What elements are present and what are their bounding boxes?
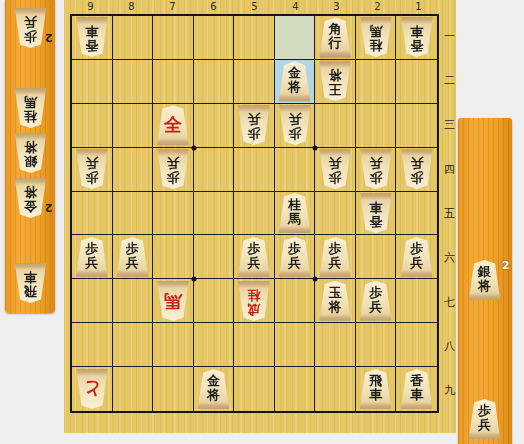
piece-gote-歩兵[interactable]: 歩兵	[277, 105, 312, 145]
piece-gote-飛車[interactable]: 飛車	[13, 263, 48, 303]
file-label-5: 5	[234, 0, 275, 14]
square-6c[interactable]	[194, 104, 235, 148]
rank-label-9: 九	[442, 369, 457, 413]
piece-sente-歩兵[interactable]: 歩兵	[467, 399, 502, 439]
square-8i[interactable]	[113, 367, 154, 411]
rank-label-7: 七	[442, 280, 457, 324]
file-label-9: 9	[70, 0, 111, 14]
square-6i[interactable]: 金将	[194, 367, 235, 411]
piece-gote-歩兵[interactable]: 歩兵	[358, 149, 393, 189]
square-1g[interactable]	[396, 279, 437, 323]
square-3a[interactable]: 角行	[315, 16, 356, 60]
piece-gote-香車[interactable]: 香車	[74, 17, 109, 57]
square-4c[interactable]: 歩兵	[275, 104, 316, 148]
square-3h[interactable]	[315, 323, 356, 367]
square-5b[interactable]	[234, 60, 275, 104]
square-7d[interactable]: 歩兵	[153, 148, 194, 192]
square-9e[interactable]	[72, 192, 113, 236]
square-6b[interactable]	[194, 60, 235, 104]
file-label-4: 4	[275, 0, 316, 14]
square-9f[interactable]: 歩兵	[72, 235, 113, 279]
piece-gote-銀将[interactable]: 銀将	[13, 133, 48, 173]
square-7c[interactable]: 全	[153, 104, 194, 148]
square-6a[interactable]	[194, 16, 235, 60]
square-2g[interactable]: 歩兵	[356, 279, 397, 323]
file-label-8: 8	[111, 0, 152, 14]
piece-gote-歩兵[interactable]: 歩兵	[155, 149, 190, 189]
square-7g[interactable]: 馬	[153, 279, 194, 323]
square-1e[interactable]	[396, 192, 437, 236]
piece-gote-歩兵[interactable]: 歩兵	[13, 8, 48, 48]
square-4a[interactable]	[275, 16, 316, 60]
square-8b[interactable]	[113, 60, 154, 104]
piece-sente-全[interactable]: 全	[155, 105, 190, 145]
file-label-7: 7	[152, 0, 193, 14]
rank-label-3: 三	[442, 103, 457, 147]
piece-sente-銀将[interactable]: 銀将	[467, 260, 502, 300]
square-3i[interactable]	[315, 367, 356, 411]
piece-sente-歩兵[interactable]: 歩兵	[358, 281, 393, 321]
sente-captured-stand: 銀将2歩兵	[458, 118, 512, 444]
square-5a[interactable]	[234, 16, 275, 60]
rank-label-6: 六	[442, 236, 457, 280]
square-1h[interactable]	[396, 323, 437, 367]
square-1f[interactable]: 歩兵	[396, 235, 437, 279]
file-label-1: 1	[398, 0, 439, 14]
square-4f[interactable]: 歩兵	[275, 235, 316, 279]
piece-gote-成桂[interactable]: 成桂	[236, 281, 271, 321]
square-7i[interactable]	[153, 367, 194, 411]
piece-gote-と[interactable]: と	[74, 369, 109, 409]
piece-gote-歩兵[interactable]: 歩兵	[74, 149, 109, 189]
square-3g[interactable]: 玉将	[315, 279, 356, 323]
square-8h[interactable]	[113, 323, 154, 367]
piece-gote-馬[interactable]: 馬	[155, 281, 190, 321]
square-6g[interactable]	[194, 279, 235, 323]
hand-count: 2	[45, 31, 53, 44]
square-5f[interactable]: 歩兵	[234, 235, 275, 279]
square-2c[interactable]	[356, 104, 397, 148]
piece-sente-歩兵[interactable]: 歩兵	[399, 237, 434, 277]
file-label-3: 3	[316, 0, 357, 14]
square-6d[interactable]	[194, 148, 235, 192]
square-6h[interactable]	[194, 323, 235, 367]
square-7a[interactable]	[153, 16, 194, 60]
piece-sente-歩兵[interactable]: 歩兵	[318, 237, 353, 277]
square-4g[interactable]	[275, 279, 316, 323]
square-4d[interactable]	[275, 148, 316, 192]
square-2f[interactable]	[356, 235, 397, 279]
piece-sente-歩兵[interactable]: 歩兵	[74, 237, 109, 277]
square-3f[interactable]: 歩兵	[315, 235, 356, 279]
square-2e[interactable]: 香車	[356, 192, 397, 236]
square-8g[interactable]	[113, 279, 154, 323]
square-3b[interactable]: 王将	[315, 60, 356, 104]
square-7e[interactable]	[153, 192, 194, 236]
shogi-board: 987654321 一二三四五六七八九 香車角行桂馬香車金将王将全歩兵歩兵歩兵歩…	[64, 0, 456, 433]
square-2b[interactable]	[356, 60, 397, 104]
square-4b[interactable]: 金将	[275, 60, 316, 104]
square-2h[interactable]	[356, 323, 397, 367]
piece-sente-歩兵[interactable]: 歩兵	[277, 237, 312, 277]
hand-count: 2	[502, 259, 510, 272]
piece-sente-桂馬[interactable]: 桂馬	[277, 193, 312, 233]
hoshi-dot	[313, 145, 318, 150]
rank-label-5: 五	[442, 191, 457, 235]
piece-sente-香車[interactable]: 香車	[399, 369, 434, 409]
piece-sente-歩兵[interactable]: 歩兵	[115, 237, 150, 277]
square-5h[interactable]	[234, 323, 275, 367]
square-8e[interactable]	[113, 192, 154, 236]
square-9b[interactable]	[72, 60, 113, 104]
square-5e[interactable]	[234, 192, 275, 236]
square-3d[interactable]: 歩兵	[315, 148, 356, 192]
square-7h[interactable]	[153, 323, 194, 367]
square-4i[interactable]	[275, 367, 316, 411]
square-9a[interactable]: 香車	[72, 16, 113, 60]
hoshi-dot	[191, 145, 196, 150]
square-2a[interactable]: 桂馬	[356, 16, 397, 60]
square-8a[interactable]	[113, 16, 154, 60]
square-2d[interactable]: 歩兵	[356, 148, 397, 192]
square-5c[interactable]: 歩兵	[234, 104, 275, 148]
square-9h[interactable]	[72, 323, 113, 367]
square-5g[interactable]: 成桂	[234, 279, 275, 323]
square-1b[interactable]	[396, 60, 437, 104]
piece-sente-金将[interactable]: 金将	[277, 61, 312, 101]
piece-sente-角行[interactable]: 角行	[318, 17, 353, 57]
shogi-app: 歩兵2桂馬銀将金将2飛車 987654321 一二三四五六七八九 香車角行桂馬香…	[0, 0, 524, 444]
square-2i[interactable]: 飛車	[356, 367, 397, 411]
square-1d[interactable]: 歩兵	[396, 148, 437, 192]
file-label-2: 2	[357, 0, 398, 14]
piece-sente-玉将[interactable]: 玉将	[318, 281, 353, 321]
piece-sente-飛車[interactable]: 飛車	[358, 369, 393, 409]
piece-gote-歩兵[interactable]: 歩兵	[399, 149, 434, 189]
square-9i[interactable]: と	[72, 367, 113, 411]
hoshi-dot	[191, 277, 196, 282]
piece-gote-桂馬[interactable]: 桂馬	[13, 88, 48, 128]
square-8f[interactable]: 歩兵	[113, 235, 154, 279]
board-grid: 香車角行桂馬香車金将王将全歩兵歩兵歩兵歩兵歩兵歩兵歩兵桂馬香車歩兵歩兵歩兵歩兵歩…	[70, 14, 439, 413]
square-4e[interactable]: 桂馬	[275, 192, 316, 236]
square-5d[interactable]	[234, 148, 275, 192]
file-coordinates: 987654321	[70, 0, 439, 14]
square-1a[interactable]: 香車	[396, 16, 437, 60]
square-9g[interactable]	[72, 279, 113, 323]
square-3c[interactable]	[315, 104, 356, 148]
piece-gote-歩兵[interactable]: 歩兵	[318, 149, 353, 189]
rank-label-2: 二	[442, 58, 457, 102]
rank-label-4: 四	[442, 147, 457, 191]
square-1i[interactable]: 香車	[396, 367, 437, 411]
square-7f[interactable]	[153, 235, 194, 279]
gote-captured-stand: 歩兵2桂馬銀将金将2飛車	[5, 0, 55, 313]
piece-sente-金将[interactable]: 金将	[196, 369, 231, 409]
piece-gote-王将[interactable]: 王将	[318, 61, 353, 101]
square-1c[interactable]	[396, 104, 437, 148]
square-6f[interactable]	[194, 235, 235, 279]
rank-label-8: 八	[442, 324, 457, 368]
rank-coordinates: 一二三四五六七八九	[442, 14, 457, 413]
piece-gote-歩兵[interactable]: 歩兵	[236, 105, 271, 145]
square-5i[interactable]	[234, 367, 275, 411]
square-4h[interactable]	[275, 323, 316, 367]
piece-sente-歩兵[interactable]: 歩兵	[236, 237, 271, 277]
hand-count: 2	[45, 201, 53, 214]
square-7b[interactable]	[153, 60, 194, 104]
square-8c[interactable]	[113, 104, 154, 148]
square-9d[interactable]: 歩兵	[72, 148, 113, 192]
square-6e[interactable]	[194, 192, 235, 236]
piece-gote-桂馬[interactable]: 桂馬	[358, 17, 393, 57]
piece-gote-香車[interactable]: 香車	[399, 17, 434, 57]
square-8d[interactable]	[113, 148, 154, 192]
rank-label-1: 一	[442, 14, 457, 58]
square-3e[interactable]	[315, 192, 356, 236]
piece-gote-金将[interactable]: 金将	[13, 178, 48, 218]
piece-gote-香車[interactable]: 香車	[358, 193, 393, 233]
file-label-6: 6	[193, 0, 234, 14]
square-9c[interactable]	[72, 104, 113, 148]
hoshi-dot	[313, 277, 318, 282]
